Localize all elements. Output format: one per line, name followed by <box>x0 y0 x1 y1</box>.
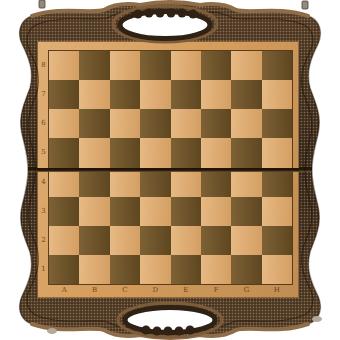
chess-board: 87654321ABCDEFGH <box>37 41 299 298</box>
rank-label-2: 2 <box>38 226 49 255</box>
square-a8[interactable] <box>49 51 79 80</box>
file-label-c: C <box>110 284 140 297</box>
square-f4[interactable] <box>201 168 231 197</box>
square-f3[interactable] <box>201 197 231 226</box>
square-f1[interactable] <box>201 255 231 284</box>
file-label-b: B <box>79 284 109 297</box>
file-label-d: D <box>140 284 170 297</box>
hinge-pin-left-icon <box>39 0 45 8</box>
square-e8[interactable] <box>171 51 201 80</box>
square-b6[interactable] <box>79 109 109 138</box>
square-d3[interactable] <box>140 197 170 226</box>
square-f8[interactable] <box>201 51 231 80</box>
file-label-h: H <box>262 284 292 297</box>
square-g2[interactable] <box>231 226 261 255</box>
square-f5[interactable] <box>201 138 231 167</box>
square-c2[interactable] <box>110 226 140 255</box>
square-a2[interactable] <box>49 226 79 255</box>
square-b7[interactable] <box>79 80 109 109</box>
square-e1[interactable] <box>171 255 201 284</box>
square-d7[interactable] <box>140 80 170 109</box>
chess-case-photo: 87654321ABCDEFGH <box>0 0 340 340</box>
square-e5[interactable] <box>171 138 201 167</box>
square-d4[interactable] <box>140 168 170 197</box>
square-b5[interactable] <box>79 138 109 167</box>
square-h8[interactable] <box>262 51 292 80</box>
square-e7[interactable] <box>171 80 201 109</box>
rank-label-3: 3 <box>38 197 49 226</box>
square-h6[interactable] <box>262 109 292 138</box>
rank-label-8: 8 <box>38 51 49 80</box>
square-b1[interactable] <box>79 255 109 284</box>
square-a7[interactable] <box>49 80 79 109</box>
square-c5[interactable] <box>110 138 140 167</box>
square-b3[interactable] <box>79 197 109 226</box>
square-f2[interactable] <box>201 226 231 255</box>
square-h5[interactable] <box>262 138 292 167</box>
square-d6[interactable] <box>140 109 170 138</box>
hinge-pin-right-icon <box>302 1 308 9</box>
square-g8[interactable] <box>231 51 261 80</box>
square-g7[interactable] <box>231 80 261 109</box>
square-g1[interactable] <box>231 255 261 284</box>
square-g5[interactable] <box>231 138 261 167</box>
file-label-f: F <box>201 284 231 297</box>
square-c7[interactable] <box>110 80 140 109</box>
rank-label-6: 6 <box>38 109 49 138</box>
square-h1[interactable] <box>262 255 292 284</box>
square-h3[interactable] <box>262 197 292 226</box>
rank-label-1: 1 <box>38 255 49 284</box>
square-g4[interactable] <box>231 168 261 197</box>
square-c4[interactable] <box>110 168 140 197</box>
square-c8[interactable] <box>110 51 140 80</box>
square-b8[interactable] <box>79 51 109 80</box>
square-d2[interactable] <box>140 226 170 255</box>
file-label-e: E <box>171 284 201 297</box>
file-label-g: G <box>231 284 261 297</box>
square-a5[interactable] <box>49 138 79 167</box>
square-a4[interactable] <box>49 168 79 197</box>
square-g3[interactable] <box>231 197 261 226</box>
square-h7[interactable] <box>262 80 292 109</box>
square-c1[interactable] <box>110 255 140 284</box>
file-label-a: A <box>49 284 79 297</box>
square-b4[interactable] <box>79 168 109 197</box>
square-h4[interactable] <box>262 168 292 197</box>
foot-glint-left-icon <box>47 328 57 334</box>
square-c6[interactable] <box>110 109 140 138</box>
square-e4[interactable] <box>171 168 201 197</box>
square-d5[interactable] <box>140 138 170 167</box>
square-e6[interactable] <box>171 109 201 138</box>
square-a6[interactable] <box>49 109 79 138</box>
square-a1[interactable] <box>49 255 79 284</box>
square-d1[interactable] <box>140 255 170 284</box>
square-e3[interactable] <box>171 197 201 226</box>
rank-label-7: 7 <box>38 80 49 109</box>
rank-label-4: 4 <box>38 168 49 197</box>
square-g6[interactable] <box>231 109 261 138</box>
square-f6[interactable] <box>201 109 231 138</box>
square-a3[interactable] <box>49 197 79 226</box>
square-e2[interactable] <box>171 226 201 255</box>
fold-seam-board <box>37 168 299 172</box>
square-f7[interactable] <box>201 80 231 109</box>
square-c3[interactable] <box>110 197 140 226</box>
square-h2[interactable] <box>262 226 292 255</box>
square-b2[interactable] <box>79 226 109 255</box>
square-d8[interactable] <box>140 51 170 80</box>
rank-label-5: 5 <box>38 138 49 167</box>
